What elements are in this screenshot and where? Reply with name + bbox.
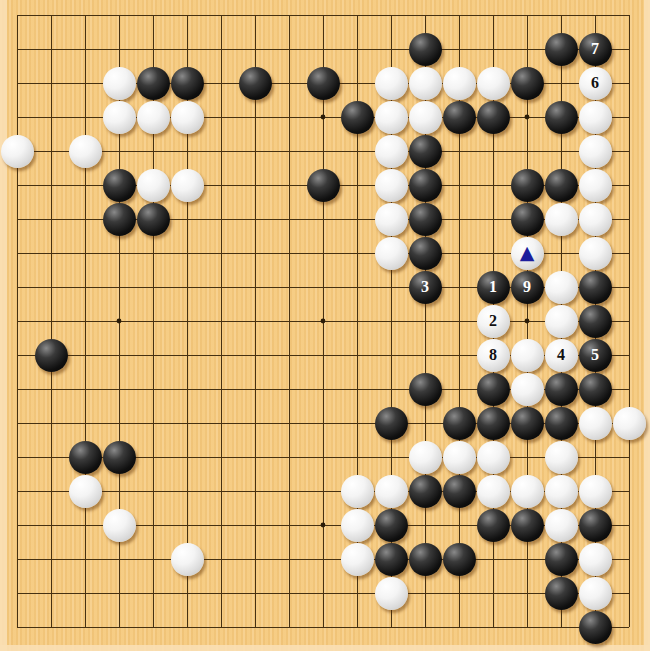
stone-black-r10c1 xyxy=(35,339,68,372)
stone-white-r4c2 xyxy=(69,135,102,168)
stone-black-r1c16 xyxy=(545,33,578,66)
stone-white-r10c14: 8 xyxy=(477,339,510,372)
stone-black-r2c15 xyxy=(511,67,544,100)
stone-white-r13c14 xyxy=(477,441,510,474)
stone-white-r3c4 xyxy=(137,101,170,134)
stone-white-r6c11 xyxy=(375,203,408,236)
stone-black-r16c11 xyxy=(375,543,408,576)
stone-white-r14c16 xyxy=(545,475,578,508)
stone-black-r16c13 xyxy=(443,543,476,576)
stone-black-r10c17: 5 xyxy=(579,339,612,372)
stone-black-r11c14 xyxy=(477,373,510,406)
stone-black-r15c11 xyxy=(375,509,408,542)
stone-black-r14c13 xyxy=(443,475,476,508)
stone-black-r3c14 xyxy=(477,101,510,134)
stone-black-r12c13 xyxy=(443,407,476,440)
stone-white-r14c14 xyxy=(477,475,510,508)
stone-white-r16c10 xyxy=(341,543,374,576)
stone-white-r15c16 xyxy=(545,509,578,542)
move-number-label: 2 xyxy=(489,313,497,329)
stone-black-r6c15 xyxy=(511,203,544,236)
star-point xyxy=(117,319,122,324)
move-number-label: 4 xyxy=(557,347,565,363)
stone-white-r15c3 xyxy=(103,509,136,542)
stone-black-r12c15 xyxy=(511,407,544,440)
stone-black-r2c7 xyxy=(239,67,272,100)
stone-black-r7c12 xyxy=(409,237,442,270)
stone-white-r10c15 xyxy=(511,339,544,372)
stone-white-r8c16 xyxy=(545,271,578,304)
stone-white-r2c3 xyxy=(103,67,136,100)
stone-white-r14c10 xyxy=(341,475,374,508)
stone-black-r3c10 xyxy=(341,101,374,134)
move-number-label: 6 xyxy=(591,75,599,91)
stone-white-r16c17 xyxy=(579,543,612,576)
stone-black-r2c4 xyxy=(137,67,170,100)
stone-white-r4c17 xyxy=(579,135,612,168)
stone-white-r7c11 xyxy=(375,237,408,270)
stone-white-r2c13 xyxy=(443,67,476,100)
stone-white-r15c10 xyxy=(341,509,374,542)
stone-white-r7c17 xyxy=(579,237,612,270)
stone-black-r4c12 xyxy=(409,135,442,168)
stone-black-r1c17: 7 xyxy=(579,33,612,66)
stone-white-r6c16 xyxy=(545,203,578,236)
stone-white-r4c11 xyxy=(375,135,408,168)
move-number-label: 8 xyxy=(489,347,497,363)
stone-black-r3c16 xyxy=(545,101,578,134)
stone-black-r13c3 xyxy=(103,441,136,474)
stone-white-r14c11 xyxy=(375,475,408,508)
stone-white-r3c5 xyxy=(171,101,204,134)
star-point xyxy=(321,319,326,324)
stone-black-r11c12 xyxy=(409,373,442,406)
stone-black-r6c3 xyxy=(103,203,136,236)
stone-white-r4c0 xyxy=(1,135,34,168)
stone-white-r5c4 xyxy=(137,169,170,202)
stone-black-r16c16 xyxy=(545,543,578,576)
stone-white-r3c11 xyxy=(375,101,408,134)
star-point xyxy=(321,523,326,528)
stone-black-r5c12 xyxy=(409,169,442,202)
stone-white-r14c15 xyxy=(511,475,544,508)
stone-black-r5c16 xyxy=(545,169,578,202)
stone-white-r11c15 xyxy=(511,373,544,406)
move-number-label: 5 xyxy=(591,347,599,363)
stone-white-r6c17 xyxy=(579,203,612,236)
stone-black-r8c17 xyxy=(579,271,612,304)
stone-black-r12c14 xyxy=(477,407,510,440)
stone-black-r5c3 xyxy=(103,169,136,202)
stone-black-r15c14 xyxy=(477,509,510,542)
stone-black-r14c12 xyxy=(409,475,442,508)
move-number-label: 3 xyxy=(421,279,429,295)
stone-white-r17c11 xyxy=(375,577,408,610)
stone-white-r9c14: 2 xyxy=(477,305,510,338)
stone-black-r5c9 xyxy=(307,169,340,202)
stone-black-r12c16 xyxy=(545,407,578,440)
stone-white-r2c17: 6 xyxy=(579,67,612,100)
stone-black-r12c11 xyxy=(375,407,408,440)
stone-black-r11c16 xyxy=(545,373,578,406)
move-number-label: 9 xyxy=(523,279,531,295)
stone-black-r8c12: 3 xyxy=(409,271,442,304)
stone-black-r8c15: 9 xyxy=(511,271,544,304)
star-point xyxy=(525,319,530,324)
stone-white-r12c17 xyxy=(579,407,612,440)
stone-white-r13c13 xyxy=(443,441,476,474)
star-point xyxy=(321,115,326,120)
stone-black-r5c15 xyxy=(511,169,544,202)
stone-white-r14c17 xyxy=(579,475,612,508)
go-board[interactable]: 76▲3192845 xyxy=(0,0,650,651)
stone-black-r15c17 xyxy=(579,509,612,542)
stone-black-r3c13 xyxy=(443,101,476,134)
stone-black-r8c14: 1 xyxy=(477,271,510,304)
stone-white-r5c17 xyxy=(579,169,612,202)
stone-white-r7c15: ▲ xyxy=(511,237,544,270)
stone-black-r6c4 xyxy=(137,203,170,236)
stone-white-r5c5 xyxy=(171,169,204,202)
stone-white-r13c12 xyxy=(409,441,442,474)
stone-white-r2c14 xyxy=(477,67,510,100)
move-number-label: 7 xyxy=(591,41,599,57)
stone-black-r1c12 xyxy=(409,33,442,66)
stone-white-r13c16 xyxy=(545,441,578,474)
stone-black-r13c2 xyxy=(69,441,102,474)
stone-white-r14c2 xyxy=(69,475,102,508)
stone-black-r2c5 xyxy=(171,67,204,100)
stone-black-r2c9 xyxy=(307,67,340,100)
stone-black-r15c15 xyxy=(511,509,544,542)
stone-black-r17c16 xyxy=(545,577,578,610)
stone-black-r6c12 xyxy=(409,203,442,236)
stone-white-r12c18 xyxy=(613,407,646,440)
stone-white-r3c17 xyxy=(579,101,612,134)
stone-white-r3c3 xyxy=(103,101,136,134)
stone-white-r9c16 xyxy=(545,305,578,338)
stone-white-r17c17 xyxy=(579,577,612,610)
stone-white-r10c16: 4 xyxy=(545,339,578,372)
stone-black-r18c17 xyxy=(579,611,612,644)
stone-black-r16c12 xyxy=(409,543,442,576)
triangle-marker-icon: ▲ xyxy=(520,243,535,262)
stone-white-r2c12 xyxy=(409,67,442,100)
stone-black-r11c17 xyxy=(579,373,612,406)
stone-white-r2c11 xyxy=(375,67,408,100)
stone-white-r3c12 xyxy=(409,101,442,134)
stone-black-r9c17 xyxy=(579,305,612,338)
stone-white-r5c11 xyxy=(375,169,408,202)
move-number-label: 1 xyxy=(489,279,497,295)
star-point xyxy=(525,115,530,120)
stone-white-r16c5 xyxy=(171,543,204,576)
